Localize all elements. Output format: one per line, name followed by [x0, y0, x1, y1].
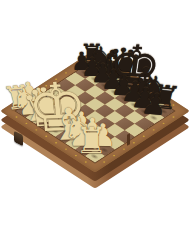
- coordinate-mark: [25, 122, 28, 124]
- coordinate-mark: [35, 91, 38, 93]
- coordinate-mark: [15, 116, 18, 118]
- coordinate-mark: [45, 85, 48, 87]
- coordinate-mark: [74, 155, 77, 157]
- coordinate-mark: [55, 78, 58, 80]
- coordinate-mark: [132, 142, 135, 144]
- coordinate-mark: [55, 142, 58, 144]
- coordinate-mark: [123, 72, 126, 74]
- coordinate-mark: [172, 116, 175, 118]
- coordinate-mark: [103, 161, 106, 163]
- coordinate-mark: [103, 59, 106, 61]
- coordinate-mark: [113, 65, 116, 67]
- coordinate-mark: [25, 98, 28, 100]
- coordinate-mark: [84, 161, 87, 163]
- chess-set-photo[interactable]: ♜♞♝♛♚♝♞♜♟♟♟♟♟♟♟♟♟♟♟♟♟♟♟♟♜♞♝♛♚♝♞♜: [0, 0, 190, 243]
- coordinate-mark: [15, 104, 18, 106]
- coordinate-mark: [74, 65, 77, 67]
- coordinate-mark: [142, 85, 145, 87]
- coordinate-mark: [35, 129, 38, 131]
- coordinate-mark: [65, 72, 68, 74]
- coordinate-mark: [152, 129, 155, 131]
- coordinate-mark: [152, 91, 155, 93]
- coordinate-mark: [113, 155, 116, 157]
- coordinate-mark: [123, 148, 126, 150]
- coordinate-mark: [84, 59, 87, 61]
- coordinate-mark: [65, 148, 68, 150]
- coordinate-mark: [132, 78, 135, 80]
- coordinate-mark: [45, 135, 48, 137]
- coordinate-mark: [162, 122, 165, 124]
- chess-board: ♜♞♝♛♚♝♞♜♟♟♟♟♟♟♟♟♟♟♟♟♟♟♟♟♜♞♝♛♚♝♞♜: [0, 49, 190, 172]
- coordinate-mark: [162, 98, 165, 100]
- coordinate-mark: [142, 135, 145, 137]
- coordinate-mark: [172, 104, 175, 106]
- fold-seam: [127, 133, 130, 146]
- black-rook-glyph: ♜: [70, 40, 114, 68]
